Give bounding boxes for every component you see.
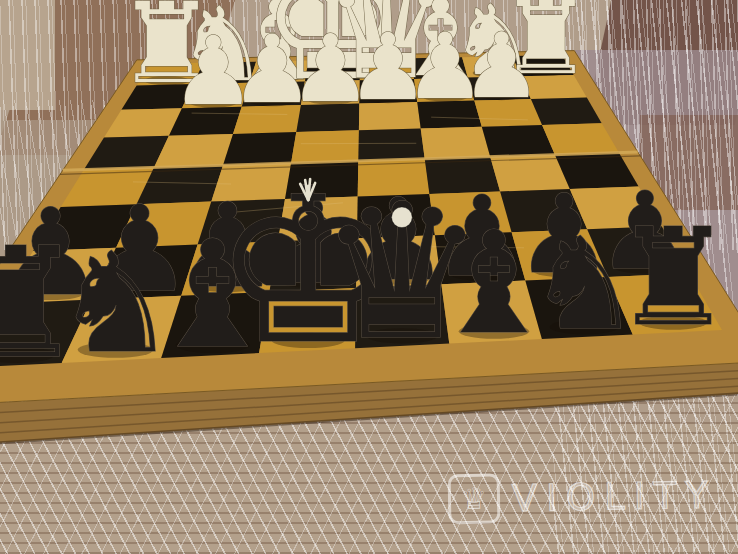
square-b4[interactable] (482, 125, 555, 157)
piece-white-pawn[interactable]: ♟ (461, 13, 542, 118)
piece-black-rook[interactable]: ♜ (613, 200, 733, 356)
queen-white-ball-finial (392, 207, 413, 228)
square-c4[interactable] (421, 127, 491, 159)
scene: ♜♞♝♚♛♝♞♜♟♟♟♟♟♟♟♟♟♟♟♟♟♟♜♞♝♚♛♝♞♜ ♕ VIOLITY (0, 0, 738, 554)
chess-board: ♜♞♝♚♛♝♞♜♟♟♟♟♟♟♟♟♟♟♟♟♟♟♜♞♝♚♛♝♞♜ (0, 0, 738, 554)
